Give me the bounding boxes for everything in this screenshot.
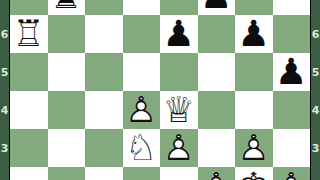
square-b2[interactable] [48,167,86,180]
white-pawn-d4[interactable]: ♟♙ [123,91,161,129]
square-c7[interactable] [85,0,123,15]
white-pawn-e3[interactable]: ♟♙ [160,129,198,167]
piece-outline-layer: ♙ [235,129,273,167]
rank-label-left-6: 6 [0,28,9,41]
white-pawn-h2[interactable]: ♟♙ [273,167,311,180]
piece-outline-layer: ♙ [273,167,311,180]
square-d6[interactable] [123,15,161,53]
rank-label-right-4: 4 [311,104,320,117]
square-f2[interactable]: ♟♙ [198,167,236,180]
square-c5[interactable] [85,53,123,91]
square-e3[interactable]: ♟♙ [160,129,198,167]
rank-label-right-5: 5 [311,66,320,79]
square-c6[interactable] [85,15,123,53]
square-f6[interactable] [198,15,236,53]
square-d2[interactable] [123,167,161,180]
piece-outline-layer: ♖ [10,15,48,53]
square-d7[interactable] [123,0,161,15]
rank-label-right-7: 7 [311,0,320,3]
square-f7[interactable]: ♟ [198,0,236,15]
square-c2[interactable] [85,167,123,180]
white-pawn-f2[interactable]: ♟♙ [198,167,236,180]
rank-label-right-6: 6 [311,28,320,41]
square-b4[interactable] [48,91,86,129]
square-h7[interactable] [273,0,311,15]
piece-outline-layer: ♔ [235,167,273,180]
square-f3[interactable] [198,129,236,167]
square-b7[interactable]: ♜ [48,0,86,15]
square-c4[interactable] [85,91,123,129]
rank-label-left-4: 4 [0,104,9,117]
chessboard-viewport: ♜♟♜♖♟♟♟♟♙♛♕♞♘♟♙♟♙♟♙♚♔♟♙ 765432 765432 [0,0,320,180]
black-pawn-e6[interactable]: ♟ [160,15,198,53]
square-h6[interactable] [273,15,311,53]
rank-label-right-3: 3 [311,142,320,155]
square-f4[interactable] [198,91,236,129]
piece-outline-layer: ♙ [198,167,236,180]
square-d3[interactable]: ♞♘ [123,129,161,167]
square-h4[interactable] [273,91,311,129]
square-a2[interactable] [10,167,48,180]
square-a6[interactable]: ♜♖ [10,15,48,53]
square-a3[interactable] [10,129,48,167]
black-rook-b7[interactable]: ♜ [48,0,86,15]
piece-outline-layer: ♕ [160,91,198,129]
square-d4[interactable]: ♟♙ [123,91,161,129]
square-e2[interactable] [160,167,198,180]
square-b3[interactable] [48,129,86,167]
white-rook-a6[interactable]: ♜♖ [10,15,48,53]
square-g6[interactable]: ♟ [235,15,273,53]
rank-labels-right: 765432 [310,0,320,180]
black-pawn-f7[interactable]: ♟ [198,0,236,15]
square-h2[interactable]: ♟♙ [273,167,311,180]
square-a4[interactable] [10,91,48,129]
square-h5[interactable]: ♟ [273,53,311,91]
white-king-g2[interactable]: ♚♔ [235,167,273,180]
square-b6[interactable] [48,15,86,53]
square-f5[interactable] [198,53,236,91]
piece-outline-layer: ♘ [123,129,161,167]
piece-outline-layer: ♙ [123,91,161,129]
square-h3[interactable] [273,129,311,167]
square-g2[interactable]: ♚♔ [235,167,273,180]
rank-label-left-7: 7 [0,0,9,3]
square-a5[interactable] [10,53,48,91]
square-c3[interactable] [85,129,123,167]
black-pawn-h5[interactable]: ♟ [273,53,311,91]
square-g4[interactable] [235,91,273,129]
square-b5[interactable] [48,53,86,91]
black-pawn-g6[interactable]: ♟ [235,15,273,53]
square-e4[interactable]: ♛♕ [160,91,198,129]
white-queen-e4[interactable]: ♛♕ [160,91,198,129]
chess-board: ♜♟♜♖♟♟♟♟♙♛♕♞♘♟♙♟♙♟♙♚♔♟♙ [10,0,310,180]
rank-label-left-5: 5 [0,66,9,79]
rank-label-left-3: 3 [0,142,9,155]
rank-labels-left: 765432 [0,0,10,180]
square-g3[interactable]: ♟♙ [235,129,273,167]
square-d5[interactable] [123,53,161,91]
square-e6[interactable]: ♟ [160,15,198,53]
white-knight-d3[interactable]: ♞♘ [123,129,161,167]
piece-outline-layer: ♙ [160,129,198,167]
white-pawn-g3[interactable]: ♟♙ [235,129,273,167]
square-e5[interactable] [160,53,198,91]
square-g5[interactable] [235,53,273,91]
